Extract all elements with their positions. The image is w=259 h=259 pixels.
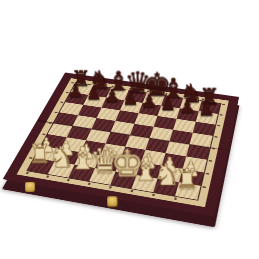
square-g1 <box>153 178 179 195</box>
square-g4 <box>165 141 189 156</box>
square-g5 <box>169 129 192 144</box>
square-h5 <box>189 132 212 147</box>
square-e4 <box>125 135 149 150</box>
square-e2 <box>115 158 140 174</box>
square-g2 <box>157 165 182 182</box>
square-e3 <box>120 146 145 162</box>
square-h4 <box>186 144 210 159</box>
square-c1 <box>68 164 95 181</box>
square-h2 <box>178 169 203 186</box>
square-a3 <box>41 134 67 149</box>
square-d1 <box>89 168 115 185</box>
square-f2 <box>136 162 161 178</box>
square-a2 <box>34 145 60 160</box>
squares-grid <box>27 83 220 200</box>
square-e5 <box>130 124 154 138</box>
square-b3 <box>60 137 85 152</box>
square-h1 <box>175 182 201 200</box>
scene-3d: ♜♞♝♛♚♝♞♜♟♟♟♟♟♟♟♟♟♟♟♟♟♟♟♟♜♞♝♛♚♝♞♜ <box>0 0 259 259</box>
square-f4 <box>145 138 169 153</box>
square-a1 <box>27 158 54 174</box>
square-d2 <box>94 155 120 171</box>
product-photo: ♜♞♝♛♚♝♞♜♟♟♟♟♟♟♟♟♟♟♟♟♟♟♟♟♜♞♝♛♚♝♞♜ <box>0 0 259 259</box>
square-b1 <box>47 161 74 177</box>
square-f5 <box>149 126 172 140</box>
chess-board: ♜♞♝♛♚♝♞♜♟♟♟♟♟♟♟♟♟♟♟♟♟♟♟♟♜♞♝♛♚♝♞♜ <box>2 72 239 216</box>
square-b2 <box>54 149 80 165</box>
square-c2 <box>74 152 100 168</box>
square-f1 <box>131 175 157 192</box>
square-c3 <box>80 140 105 155</box>
square-h3 <box>182 156 206 172</box>
square-f3 <box>141 150 166 166</box>
band-notches-bottom <box>25 172 196 203</box>
square-g3 <box>161 153 185 169</box>
square-e1 <box>110 171 136 188</box>
square-d3 <box>100 143 125 158</box>
